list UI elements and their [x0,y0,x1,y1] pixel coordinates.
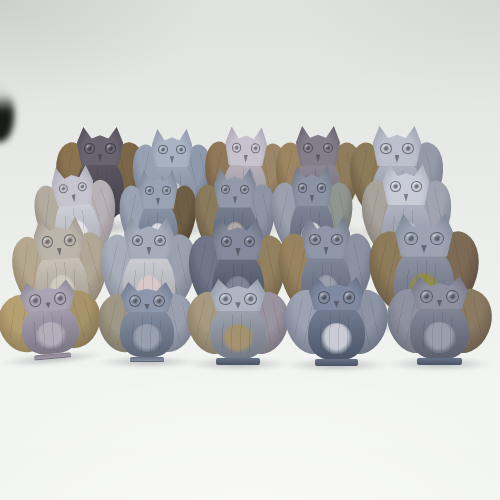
owl-head [225,126,268,166]
owl-head [291,166,333,206]
owl-beak [235,302,240,308]
owl-head [212,218,263,260]
owl-left-eye [158,145,167,154]
owl-right-eye [244,236,256,248]
owl-head [32,216,85,260]
owl-belly [34,320,68,350]
owl-right-eye [317,183,327,193]
owl-left-eye [390,181,401,192]
owl-body [410,302,468,359]
owl-feet [130,357,164,362]
owl-right-eye [446,290,459,303]
owl-base [417,358,462,365]
owl-beak [316,154,320,162]
owl-right-eye [411,181,422,192]
owl-right-eye [162,186,171,195]
owl-left-eye [303,143,313,153]
owl-head [302,216,351,259]
owl-collection [0,0,500,500]
owl-head [121,282,173,312]
owl-figurine [289,277,384,365]
owl-figurine [391,276,488,364]
owl-right-eye [176,145,185,154]
owl-beak [310,195,314,203]
owl-left-eye [232,143,242,153]
owl-beak [243,155,247,163]
owl-right-eye [323,143,333,153]
owl-base [315,359,359,366]
owl-right-eye [77,181,88,192]
owl-head [383,164,429,205]
owl-left-eye [219,293,232,306]
owl-head [124,217,174,259]
owl-beak [437,300,443,307]
owl-head [77,127,123,165]
owl-head [211,279,266,311]
owl-beak [334,301,340,308]
owl-left-eye [221,236,233,248]
owl-base [216,358,259,365]
owl-head [50,164,96,208]
owl-left-eye [318,291,331,304]
owl-left-eye [221,185,231,195]
owl-right-eye [402,143,413,154]
owl-left-eye [29,294,43,308]
owl-right-eye [331,234,342,245]
owl-belly [321,323,353,354]
owl-beak [395,155,400,163]
owl-left-eye [84,143,95,154]
owl-beak [170,156,174,164]
owl-figurine [191,279,285,364]
owl-head [309,277,364,310]
owl-left-eye [420,290,433,303]
owl-right-eye [154,235,165,246]
owl-left-eye [58,183,69,194]
owl-beak [421,245,427,254]
owl-body [210,304,266,359]
owl-belly [132,324,162,352]
owl-right-eye [430,232,443,245]
owl-beak [144,304,149,310]
owl-beak [156,198,160,206]
owl-head [395,214,453,257]
owl-beak [57,247,63,256]
owl-right-eye [105,143,116,154]
owl-right-eye [240,185,250,195]
owl-left-eye [129,295,141,307]
owl-figurine [102,282,192,362]
owl-head [19,279,76,313]
owl-head [214,168,256,208]
owl-beak [324,247,329,256]
owl-left-eye [132,235,143,246]
owl-figurine [0,277,100,363]
owl-beak [71,194,76,202]
owl-belly [423,322,456,353]
owl-head [152,129,193,167]
owl-head [411,276,467,309]
owl-right-eye [250,143,260,153]
owl-head [138,170,177,209]
owl-body [308,303,365,360]
owl-belly [222,324,254,354]
owl-beak [146,247,151,255]
owl-head [373,126,422,166]
owl-left-eye [404,232,417,245]
owl-right-eye [153,295,165,307]
owl-beak [404,194,409,202]
owl-right-eye [343,291,356,304]
photo-scene [0,0,500,500]
owl-right-eye [53,292,67,306]
owl-beak [233,196,237,204]
owl-beak [98,154,103,162]
owl-right-eye [64,234,76,246]
owl-head [296,126,340,166]
owl-left-eye [41,236,53,248]
owl-left-eye [309,234,320,245]
owl-left-eye [298,183,308,193]
owl-right-eye [244,293,257,306]
owl-beak [45,302,51,308]
owl-beak [235,248,240,256]
owl-body [120,305,174,357]
owl-left-eye [145,186,154,195]
owl-left-eye [380,143,391,154]
